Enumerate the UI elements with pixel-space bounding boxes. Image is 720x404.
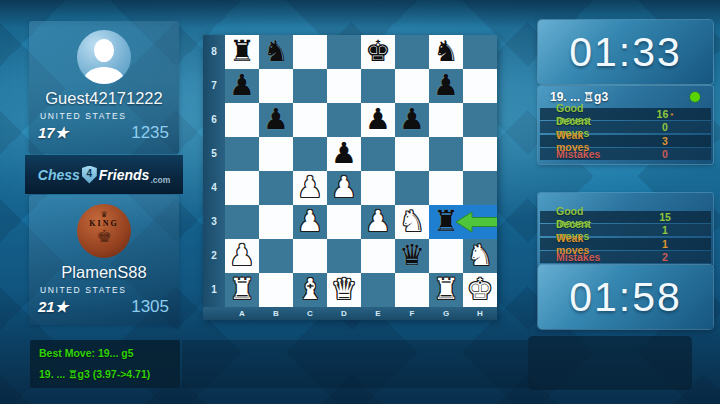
avatar-white-player: ♛ KING ♚	[77, 204, 131, 258]
black-rook-a8: ♜	[225, 35, 259, 68]
black-pawn-e6: ♟	[361, 103, 395, 136]
square-e5[interactable]	[361, 137, 395, 171]
bottom-right-panel	[528, 336, 692, 390]
chess4friends-logo: Chess 4 Friends .com	[25, 155, 183, 194]
square-f6[interactable]: ♟	[395, 103, 429, 137]
stat-value: 3	[619, 135, 711, 147]
square-g3[interactable]: ♜	[429, 205, 463, 239]
player-card-black: Guest42171222 UNITED STATES 17★ 1235	[29, 21, 179, 154]
white-player-rating: 1305	[131, 297, 169, 317]
white-rook-g1: ♜	[429, 273, 463, 306]
square-b4[interactable]	[259, 171, 293, 205]
square-h6[interactable]	[463, 103, 497, 137]
stat-value: 0	[619, 148, 711, 160]
file-labels-spacer	[203, 307, 225, 320]
square-e1[interactable]	[361, 273, 395, 307]
square-d3[interactable]	[327, 205, 361, 239]
black-knight-b8: ♞	[259, 35, 293, 68]
black-player-country: UNITED STATES	[29, 108, 179, 121]
white-pawn-c4: ♟	[293, 171, 327, 204]
square-a5[interactable]	[225, 137, 259, 171]
square-a3[interactable]	[225, 205, 259, 239]
square-e8[interactable]: ♚	[361, 35, 395, 69]
square-a6[interactable]	[225, 103, 259, 137]
square-e3[interactable]: ♟	[361, 205, 395, 239]
black-rook-g3: ♜	[429, 205, 463, 238]
square-c8[interactable]	[293, 35, 327, 69]
square-h4[interactable]	[463, 171, 497, 205]
square-g8[interactable]: ♞	[429, 35, 463, 69]
stat-value: 16*	[619, 108, 711, 120]
square-a7[interactable]: ♟	[225, 69, 259, 103]
shield-icon: 4	[82, 166, 97, 184]
square-g1[interactable]: ♜	[429, 273, 463, 307]
square-c5[interactable]	[293, 137, 327, 171]
white-clock: 01:58	[569, 274, 682, 321]
app-background: Guest42171222 UNITED STATES 17★ 1235 Che…	[0, 0, 720, 404]
white-stat-mistakes: Mistakes2	[540, 251, 711, 263]
white-pawn-a2: ♟	[225, 239, 259, 272]
white-rook-a1: ♜	[225, 273, 259, 306]
stat-value: 15	[619, 211, 711, 223]
rank-label-3: 3	[203, 205, 225, 239]
stat-value: 2	[619, 251, 711, 263]
black-clock: 01:33	[569, 29, 682, 76]
chess-board: 87654321 ♜♞♚♞♟♟♟♟♟♟♟♟♟♟♞♜♟♛♞♜♝♛♜♚ ABCDEF…	[203, 35, 497, 320]
white-pawn-c3: ♟	[293, 205, 327, 238]
rank-label-2: 2	[203, 239, 225, 273]
square-g4[interactable]	[429, 171, 463, 205]
black-pawn-f6: ♟	[395, 103, 429, 136]
square-d1[interactable]: ♛	[327, 273, 361, 307]
square-b1[interactable]	[259, 273, 293, 307]
square-f4[interactable]	[395, 171, 429, 205]
square-c4[interactable]: ♟	[293, 171, 327, 205]
black-pawn-g7: ♟	[429, 69, 463, 102]
black-queen-f2: ♛	[395, 239, 429, 272]
rank-label-6: 6	[203, 103, 225, 137]
square-f1[interactable]	[395, 273, 429, 307]
square-g6[interactable]	[429, 103, 463, 137]
square-a8[interactable]: ♜	[225, 35, 259, 69]
square-c2[interactable]	[293, 239, 327, 273]
file-label-e: E	[361, 307, 395, 320]
square-a2[interactable]: ♟	[225, 239, 259, 273]
logo-number: 4	[82, 168, 97, 179]
square-a1[interactable]: ♜	[225, 273, 259, 307]
status-dot-icon	[690, 92, 700, 102]
black-knight-g8: ♞	[429, 35, 463, 68]
white-bishop-c1: ♝	[293, 273, 327, 306]
logo-word-friends: Friends	[99, 167, 150, 183]
file-label-h: H	[463, 307, 497, 320]
white-knight-f3: ♞	[395, 205, 429, 238]
board-squares: ♜♞♚♞♟♟♟♟♟♟♟♟♟♟♞♜♟♛♞♜♝♛♜♚	[225, 35, 497, 307]
avatar-silhouette-body	[84, 67, 124, 84]
white-player-level: 21★	[38, 298, 68, 316]
rank-label-4: 4	[203, 171, 225, 205]
file-label-g: G	[429, 307, 463, 320]
stat-note: *	[670, 111, 673, 120]
white-pawn-d4: ♟	[327, 171, 361, 204]
avatar-black-player	[77, 30, 131, 84]
stat-label: Mistakes	[540, 251, 619, 263]
avatar-silhouette-head	[94, 39, 114, 62]
square-h8[interactable]	[463, 35, 497, 69]
square-e6[interactable]: ♟	[361, 103, 395, 137]
square-d2[interactable]	[327, 239, 361, 273]
white-queen-d1: ♛	[327, 273, 361, 306]
square-b8[interactable]: ♞	[259, 35, 293, 69]
square-h5[interactable]	[463, 137, 497, 171]
square-e7[interactable]	[361, 69, 395, 103]
square-e2[interactable]	[361, 239, 395, 273]
engine-eval-box: Best Move: 19... g5 19. ... ♖g3 (3.97->4…	[30, 340, 180, 388]
played-move-eval-text: 19. ... ♖g3 (3.97->4.71)	[39, 368, 171, 380]
logo-word-chess: Chess	[38, 167, 80, 183]
square-c6[interactable]	[293, 103, 327, 137]
square-h3[interactable]	[463, 205, 497, 239]
black-king-e8: ♚	[361, 35, 395, 68]
black-clock-panel: 01:33	[538, 20, 713, 84]
square-g2[interactable]	[429, 239, 463, 273]
square-b3[interactable]	[259, 205, 293, 239]
square-c7[interactable]	[293, 69, 327, 103]
white-move-stats-panel: Good moves15Decent moves1Weak moves1Mist…	[538, 193, 713, 267]
square-e4[interactable]	[361, 171, 395, 205]
square-d7[interactable]	[327, 69, 361, 103]
king-piece-icon: ♚	[77, 228, 131, 246]
rank-label-7: 7	[203, 69, 225, 103]
black-move-stats-panel: 19. ... ♖g3 Good moves16*Decent moves0We…	[538, 86, 713, 164]
white-player-name: PlamenS88	[29, 263, 179, 282]
bottom-overlay-band	[182, 340, 528, 388]
square-d5[interactable]: ♟	[327, 137, 361, 171]
file-label-a: A	[225, 307, 259, 320]
file-label-d: D	[327, 307, 361, 320]
square-b6[interactable]: ♟	[259, 103, 293, 137]
black-pawn-b6: ♟	[259, 103, 293, 136]
square-a4[interactable]	[225, 171, 259, 205]
white-knight-h2: ♞	[463, 239, 497, 272]
file-label-c: C	[293, 307, 327, 320]
rank-labels: 87654321	[203, 35, 225, 307]
square-c1[interactable]: ♝	[293, 273, 327, 307]
black-stat-weak-moves: Weak moves3	[540, 135, 711, 147]
square-c3[interactable]: ♟	[293, 205, 327, 239]
black-player-rating: 1235	[131, 123, 169, 143]
white-clock-panel: 01:58	[538, 265, 713, 329]
file-label-b: B	[259, 307, 293, 320]
white-pawn-e3: ♟	[361, 205, 395, 238]
square-h1[interactable]: ♚	[463, 273, 497, 307]
square-b5[interactable]	[259, 137, 293, 171]
square-b2[interactable]	[259, 239, 293, 273]
stat-value: 0	[619, 121, 711, 133]
white-king-h1: ♚	[463, 273, 497, 306]
rank-label-8: 8	[203, 35, 225, 69]
best-move-text: Best Move: 19... g5	[39, 347, 171, 359]
stat-label: Mistakes	[540, 148, 619, 160]
stat-value: 1	[619, 238, 711, 250]
white-player-country: UNITED STATES	[29, 282, 179, 295]
square-d8[interactable]	[327, 35, 361, 69]
black-player-name: Guest42171222	[29, 89, 179, 108]
square-f5[interactable]	[395, 137, 429, 171]
black-stat-mistakes: Mistakes0	[540, 148, 711, 160]
square-b7[interactable]	[259, 69, 293, 103]
square-g7[interactable]: ♟	[429, 69, 463, 103]
logo-suffix: .com	[150, 175, 170, 185]
file-labels: ABCDEFGH	[203, 307, 497, 320]
square-g5[interactable]	[429, 137, 463, 171]
square-f2[interactable]: ♛	[395, 239, 429, 273]
rank-label-1: 1	[203, 273, 225, 307]
square-h7[interactable]	[463, 69, 497, 103]
white-stat-weak-moves: Weak moves1	[540, 238, 711, 250]
square-h2[interactable]: ♞	[463, 239, 497, 273]
crown-icon: ♛	[77, 210, 131, 219]
square-d6[interactable]	[327, 103, 361, 137]
black-pawn-a7: ♟	[225, 69, 259, 102]
square-f8[interactable]	[395, 35, 429, 69]
rank-label-5: 5	[203, 137, 225, 171]
black-player-level: 17★	[38, 124, 68, 142]
square-d4[interactable]: ♟	[327, 171, 361, 205]
player-card-white: ♛ KING ♚ PlamenS88 UNITED STATES 21★ 130…	[29, 195, 179, 325]
black-pawn-d5: ♟	[327, 137, 361, 170]
file-label-f: F	[395, 307, 429, 320]
stat-value: 1	[619, 224, 711, 236]
square-f7[interactable]	[395, 69, 429, 103]
square-f3[interactable]: ♞	[395, 205, 429, 239]
